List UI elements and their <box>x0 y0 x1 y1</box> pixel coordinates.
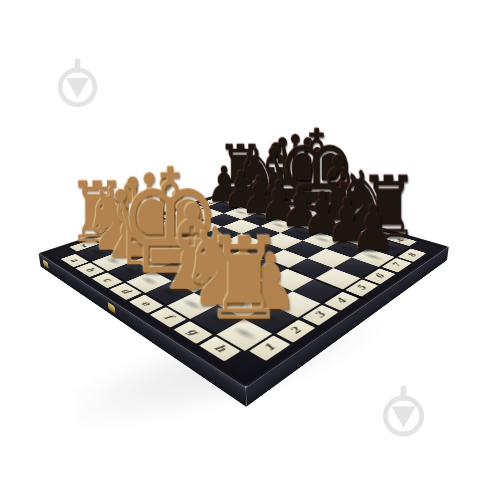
product-photo: aabbccddeeffgghh1122334455667788♜♟♞♟♝♟♛♟… <box>0 0 500 500</box>
brass-clasp <box>108 302 116 314</box>
rank-label-7-right: 7 <box>382 258 412 273</box>
black-pawn-glyph: ♟ <box>351 197 396 260</box>
white-rook-glyph: ♜ <box>203 222 285 336</box>
brass-clasp <box>43 259 49 269</box>
chess-board: aabbccddeeffgghh1122334455667788♜♟♞♟♝♟♛♟… <box>39 187 449 388</box>
scene: aabbccddeeffgghh1122334455667788♜♟♞♟♝♟♛♟… <box>0 0 500 500</box>
